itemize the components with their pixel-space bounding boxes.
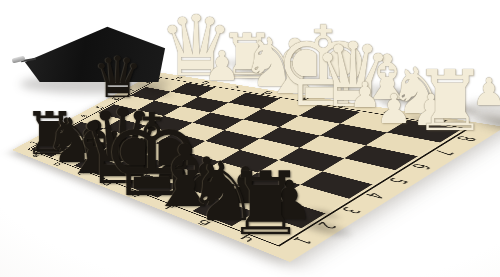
white-rook-offboard-12: ♜ [412,60,487,144]
chess-set-photo: aabbccddeeffgghh1122334455667788 ♜♞♝♛♚♝♞… [0,0,500,277]
black-rook-h1: ♜ [226,161,304,248]
white-pawn-offboard-9: ♟ [376,89,412,130]
pieces-layer: ♜♞♝♛♚♝♞♜♟♟♟♟♟♟♟♟♛♟♜♞♝♚♛♟♝♟♞♟♜♟♛ [0,0,500,277]
white-pawn-offboard-1: ♟ [204,46,240,87]
